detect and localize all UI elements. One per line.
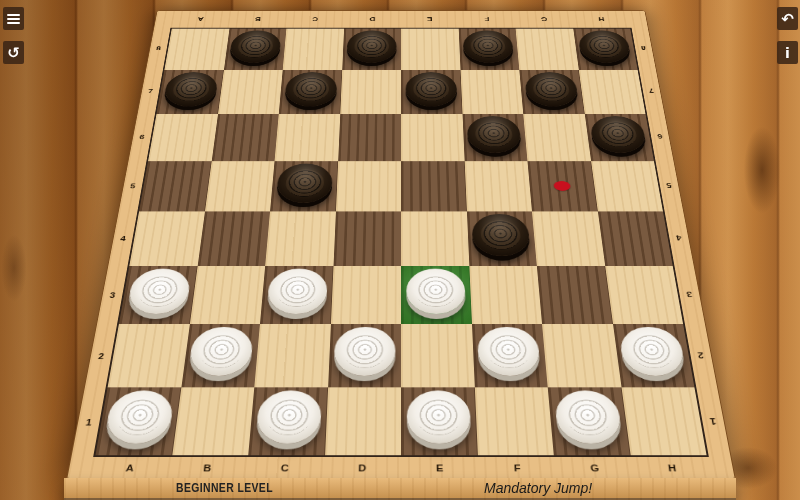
info-icon: i (785, 45, 790, 61)
square-E8[interactable] (401, 29, 460, 70)
file-label-bottom-D: D (323, 457, 401, 479)
piece-white-E3[interactable] (406, 268, 466, 313)
file-label-bottom-E: E (401, 457, 479, 479)
piece-white-B2[interactable] (188, 327, 255, 376)
square-F6[interactable] (462, 114, 527, 161)
piece-black-E7[interactable] (405, 72, 457, 106)
undo-icon: ↶ (781, 10, 794, 28)
square-E3[interactable] (401, 266, 472, 324)
square-C8[interactable] (283, 29, 344, 70)
square-A5[interactable] (139, 161, 211, 211)
file-label-bottom-A: A (89, 457, 170, 479)
file-label-top-F: F (458, 11, 516, 28)
square-H7[interactable] (578, 70, 645, 114)
undo-button[interactable]: ↶ (777, 7, 798, 30)
square-C1[interactable] (248, 387, 327, 455)
hamburger-icon (7, 18, 20, 20)
board-front-edge: BEGINNER LEVEL Mandatory Jump! (64, 478, 736, 500)
square-E6[interactable] (401, 114, 464, 161)
square-D8[interactable] (342, 29, 401, 70)
square-G5[interactable] (527, 161, 597, 211)
square-D2[interactable] (328, 324, 401, 387)
piece-black-A7[interactable] (162, 72, 218, 106)
file-label-bottom-H: H (632, 457, 713, 479)
piece-black-F8[interactable] (463, 31, 515, 63)
square-A6[interactable] (148, 114, 218, 161)
square-G6[interactable] (523, 114, 590, 161)
piece-black-F6[interactable] (467, 116, 522, 153)
square-H1[interactable] (621, 387, 707, 455)
file-label-top-D: D (343, 11, 401, 28)
square-B7[interactable] (218, 70, 283, 114)
square-F7[interactable] (460, 70, 523, 114)
file-label-bottom-B: B (167, 457, 247, 479)
square-A7[interactable] (157, 70, 224, 114)
square-B4[interactable] (197, 211, 270, 265)
piece-black-H8[interactable] (577, 31, 632, 63)
piece-white-D2[interactable] (334, 327, 396, 376)
game-screen: ABCDEFGH ABCDEFGH 87654321 87654321 BEGI… (0, 0, 800, 500)
square-E7[interactable] (401, 70, 462, 114)
square-F3[interactable] (469, 266, 542, 324)
piece-black-H6[interactable] (589, 116, 648, 153)
square-A1[interactable] (95, 387, 181, 455)
checkers-board: ABCDEFGH ABCDEFGH 87654321 87654321 (66, 10, 736, 480)
piece-black-B8[interactable] (229, 31, 282, 63)
piece-black-C5[interactable] (276, 163, 333, 202)
piece-black-F4[interactable] (471, 214, 530, 256)
square-F8[interactable] (458, 29, 519, 70)
square-C5[interactable] (270, 161, 338, 211)
square-F1[interactable] (474, 387, 553, 455)
square-D5[interactable] (336, 161, 401, 211)
info-button[interactable]: i (777, 41, 798, 64)
square-A3[interactable] (119, 266, 197, 324)
jump-hint-dot[interactable] (553, 181, 571, 191)
piece-white-G1[interactable] (553, 390, 623, 443)
square-G3[interactable] (537, 266, 613, 324)
square-G2[interactable] (542, 324, 621, 387)
square-H4[interactable] (597, 211, 672, 265)
piece-black-G7[interactable] (524, 72, 579, 106)
square-D3[interactable] (330, 266, 401, 324)
board-grid (93, 28, 709, 457)
square-E5[interactable] (401, 161, 466, 211)
square-D1[interactable] (325, 387, 401, 455)
square-B2[interactable] (181, 324, 260, 387)
file-label-bottom-G: G (555, 457, 635, 479)
square-A4[interactable] (129, 211, 204, 265)
piece-white-H2[interactable] (618, 327, 687, 376)
square-E2[interactable] (401, 324, 474, 387)
piece-white-F2[interactable] (477, 327, 541, 376)
hamburger-icon (7, 22, 20, 24)
square-G8[interactable] (516, 29, 579, 70)
square-D6[interactable] (338, 114, 401, 161)
square-E1[interactable] (401, 387, 477, 455)
square-H8[interactable] (573, 29, 638, 70)
square-F4[interactable] (466, 211, 536, 265)
hamburger-icon (7, 14, 20, 16)
square-G1[interactable] (548, 387, 631, 455)
square-H2[interactable] (613, 324, 695, 387)
square-H6[interactable] (584, 114, 654, 161)
square-B6[interactable] (211, 114, 278, 161)
piece-white-C1[interactable] (255, 390, 322, 443)
square-G7[interactable] (519, 70, 584, 114)
file-label-top-C: C (286, 11, 344, 28)
square-C6[interactable] (275, 114, 340, 161)
square-B8[interactable] (224, 29, 287, 70)
square-H3[interactable] (605, 266, 683, 324)
file-labels-bottom: ABCDEFGH (89, 457, 713, 479)
file-label-top-A: A (170, 11, 230, 28)
piece-black-C7[interactable] (284, 72, 337, 106)
rotate-icon: ↺ (7, 44, 20, 62)
file-label-top-G: G (515, 11, 574, 28)
piece-white-A1[interactable] (103, 390, 175, 443)
square-A2[interactable] (108, 324, 190, 387)
file-labels-top: ABCDEFGH (170, 11, 631, 28)
piece-white-E1[interactable] (406, 390, 471, 443)
square-H5[interactable] (591, 161, 663, 211)
square-D7[interactable] (340, 70, 401, 114)
square-E4[interactable] (401, 211, 469, 265)
piece-white-C3[interactable] (266, 268, 328, 313)
menu-button[interactable] (3, 7, 24, 30)
file-label-bottom-F: F (478, 457, 557, 479)
square-C2[interactable] (254, 324, 330, 387)
status-message: Mandatory Jump! (484, 480, 592, 496)
file-label-top-H: H (572, 11, 632, 28)
file-label-top-B: B (228, 11, 287, 28)
square-F5[interactable] (464, 161, 532, 211)
file-label-bottom-C: C (245, 457, 324, 479)
square-C3[interactable] (260, 266, 333, 324)
rotate-board-button[interactable]: ↺ (3, 41, 24, 64)
piece-white-A3[interactable] (126, 268, 192, 313)
square-B3[interactable] (189, 266, 265, 324)
square-C7[interactable] (279, 70, 342, 114)
square-A8[interactable] (164, 29, 229, 70)
square-B5[interactable] (205, 161, 275, 211)
square-D4[interactable] (333, 211, 401, 265)
square-C4[interactable] (265, 211, 335, 265)
level-label: BEGINNER LEVEL (176, 480, 273, 495)
square-F2[interactable] (472, 324, 548, 387)
square-B1[interactable] (172, 387, 255, 455)
file-label-top-E: E (401, 11, 459, 28)
square-G4[interactable] (532, 211, 605, 265)
piece-black-D8[interactable] (347, 31, 397, 63)
